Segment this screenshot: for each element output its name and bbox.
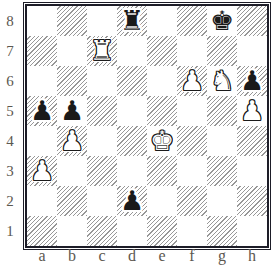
file-label-a: a [27, 247, 57, 265]
file-label-e: e [147, 247, 177, 265]
square-b8 [57, 6, 87, 36]
black-pawn: ♟ [120, 186, 144, 216]
rank-label-3: 3 [1, 156, 19, 186]
square-h5: ♟ [237, 96, 267, 126]
square-d3 [117, 156, 147, 186]
square-b1 [57, 216, 87, 246]
square-h1 [237, 216, 267, 246]
file-label-c: c [87, 247, 117, 265]
square-g8: ♚ [207, 6, 237, 36]
black-rook: ♜ [120, 6, 144, 36]
square-h6: ♟ [237, 66, 267, 96]
rank-label-4: 4 [1, 126, 19, 156]
file-label-h: h [237, 247, 267, 265]
square-g7 [207, 36, 237, 66]
rank-label-5: 5 [1, 96, 19, 126]
square-c3 [87, 156, 117, 186]
square-e7 [147, 36, 177, 66]
white-pawn: ♟ [30, 156, 54, 186]
white-pawn: ♟ [60, 126, 84, 156]
square-g3 [207, 156, 237, 186]
square-d1 [117, 216, 147, 246]
square-d7 [117, 36, 147, 66]
black-pawn: ♟ [240, 66, 264, 96]
rank-label-6: 6 [1, 66, 19, 96]
black-pawn: ♟ [60, 96, 84, 126]
square-b5: ♟ [57, 96, 87, 126]
square-e4: ♚ [147, 126, 177, 156]
white-pawn: ♟ [240, 96, 264, 126]
square-a2 [27, 186, 57, 216]
square-f1 [177, 216, 207, 246]
square-f3 [177, 156, 207, 186]
square-h2 [237, 186, 267, 216]
square-f7 [177, 36, 207, 66]
file-label-b: b [57, 247, 87, 265]
square-e3 [147, 156, 177, 186]
square-b2 [57, 186, 87, 216]
white-knight: ♞ [210, 66, 234, 96]
square-d5 [117, 96, 147, 126]
square-h4 [237, 126, 267, 156]
chess-diagram: 87654321 ♜♚♜♟♞♟♟♟♟♟♚♟♟ abcdefgh [0, 0, 272, 273]
square-c1 [87, 216, 117, 246]
square-f6: ♟ [177, 66, 207, 96]
square-d2: ♟ [117, 186, 147, 216]
square-f8 [177, 6, 207, 36]
square-c4 [87, 126, 117, 156]
square-c8 [87, 6, 117, 36]
square-b7 [57, 36, 87, 66]
rank-label-1: 1 [1, 216, 19, 246]
square-d4 [117, 126, 147, 156]
rank-label-7: 7 [1, 36, 19, 66]
square-f4 [177, 126, 207, 156]
square-h7 [237, 36, 267, 66]
rank-label-2: 2 [1, 186, 19, 216]
square-a7 [27, 36, 57, 66]
black-pawn: ♟ [30, 96, 54, 126]
square-d6 [117, 66, 147, 96]
square-a1 [27, 216, 57, 246]
square-a4 [27, 126, 57, 156]
square-a6 [27, 66, 57, 96]
chess-board: ♜♚♜♟♞♟♟♟♟♟♚♟♟ [25, 4, 269, 248]
square-e2 [147, 186, 177, 216]
square-h8 [237, 6, 267, 36]
square-a8 [27, 6, 57, 36]
rank-labels: 87654321 [1, 6, 19, 246]
square-c7: ♜ [87, 36, 117, 66]
file-label-g: g [207, 247, 237, 265]
square-f5 [177, 96, 207, 126]
file-labels: abcdefgh [27, 247, 267, 265]
white-king: ♚ [150, 126, 174, 156]
square-g1 [207, 216, 237, 246]
square-e8 [147, 6, 177, 36]
file-label-f: f [177, 247, 207, 265]
square-b3 [57, 156, 87, 186]
square-d8: ♜ [117, 6, 147, 36]
square-g2 [207, 186, 237, 216]
white-rook: ♜ [90, 36, 114, 66]
square-b6 [57, 66, 87, 96]
square-c2 [87, 186, 117, 216]
square-g5 [207, 96, 237, 126]
square-c5 [87, 96, 117, 126]
rank-label-8: 8 [1, 6, 19, 36]
file-label-d: d [117, 247, 147, 265]
square-e5 [147, 96, 177, 126]
square-g4 [207, 126, 237, 156]
black-king: ♚ [210, 6, 234, 36]
square-b4: ♟ [57, 126, 87, 156]
white-pawn: ♟ [180, 66, 204, 96]
square-e6 [147, 66, 177, 96]
square-f2 [177, 186, 207, 216]
square-a3: ♟ [27, 156, 57, 186]
square-h3 [237, 156, 267, 186]
square-c6 [87, 66, 117, 96]
square-a5: ♟ [27, 96, 57, 126]
square-g6: ♞ [207, 66, 237, 96]
square-e1 [147, 216, 177, 246]
